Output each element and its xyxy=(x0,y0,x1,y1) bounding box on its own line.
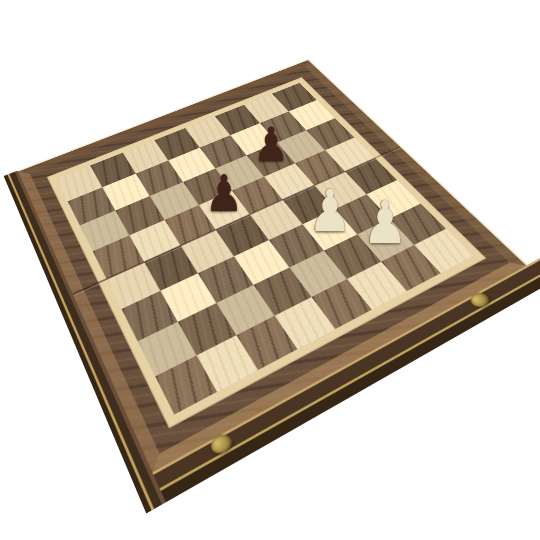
chessboard-photo: ♟♟♟♟ xyxy=(0,0,540,540)
pawn-icon: ♟ xyxy=(308,183,352,241)
pawn-icon: ♟ xyxy=(253,121,289,168)
pawn-icon: ♟ xyxy=(205,169,244,220)
pawn-icon: ♟ xyxy=(363,192,408,251)
